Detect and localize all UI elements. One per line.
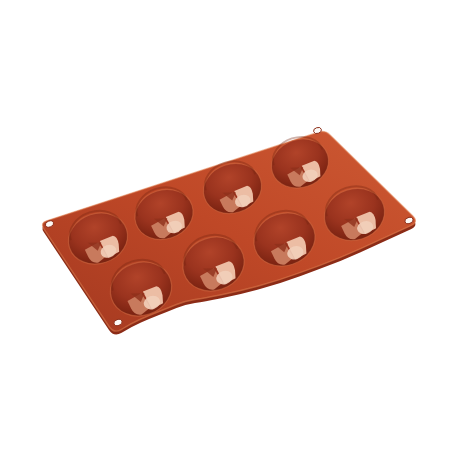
product-photo (0, 0, 458, 458)
silicone-mold-image (0, 0, 458, 458)
